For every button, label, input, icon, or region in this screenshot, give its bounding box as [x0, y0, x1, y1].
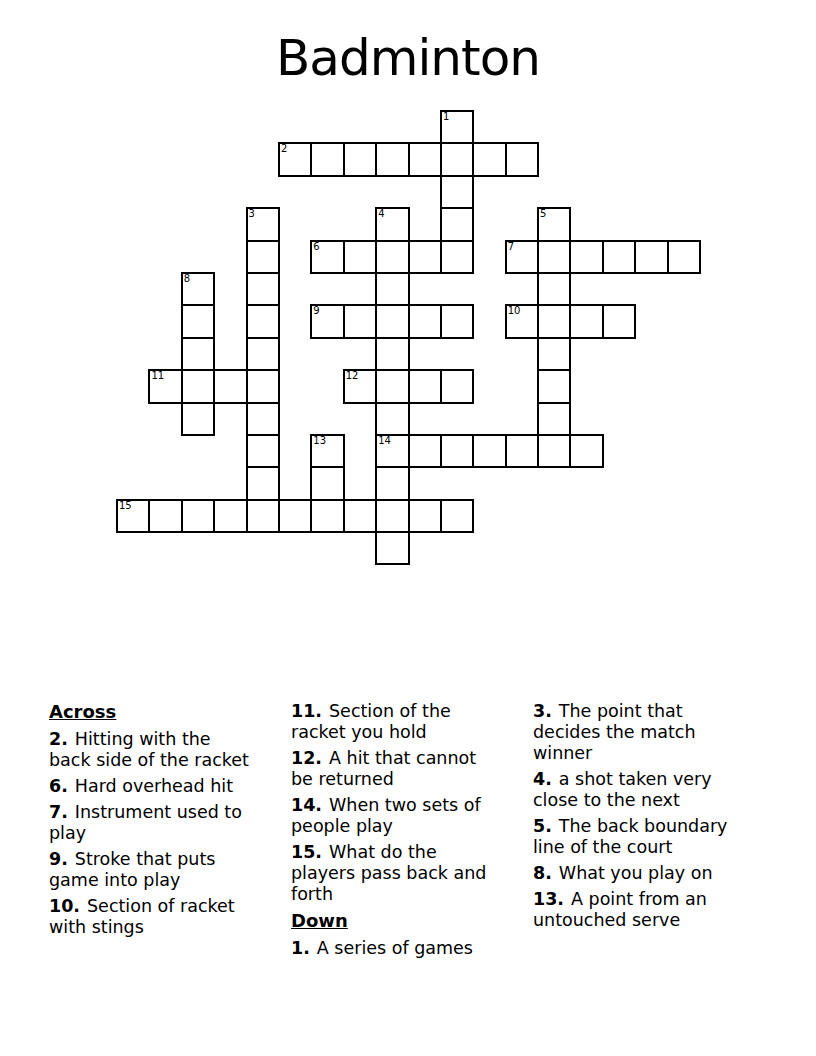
- cell-r11-c6[interactable]: [311, 467, 343, 499]
- clue-number-13: 13: [313, 436, 326, 446]
- cell-r4-c7[interactable]: [344, 241, 376, 273]
- clue-15: 15.What do the players pass back and for…: [291, 842, 533, 905]
- cell-r10-c6[interactable]: 13: [311, 435, 343, 467]
- cell-r3-c10[interactable]: [441, 208, 473, 240]
- clue-4: 4.a shot taken very close to the next: [533, 769, 775, 811]
- cell-r6-c9[interactable]: [409, 305, 441, 337]
- cell-r12-c4[interactable]: [247, 500, 279, 532]
- crossword-grid: 123456789101112131415: [117, 111, 700, 564]
- cell-r12-c0[interactable]: 15: [117, 500, 149, 532]
- clue-text: The back boundary line of the court: [533, 816, 727, 857]
- clue-number-label: 1.: [291, 938, 310, 958]
- clue-number-5: 5: [540, 209, 546, 219]
- cell-r10-c11[interactable]: [473, 435, 505, 467]
- cell-r12-c8[interactable]: [376, 500, 408, 532]
- clue-2: 2.Hitting with the back side of the rack…: [49, 729, 291, 771]
- clue-number-4: 4: [378, 209, 384, 219]
- cell-r1-c6[interactable]: [311, 143, 343, 175]
- clue-number-label: 13.: [533, 889, 564, 909]
- cell-r8-c4[interactable]: [247, 370, 279, 402]
- cell-r6-c14[interactable]: [570, 305, 602, 337]
- cell-r12-c9[interactable]: [409, 500, 441, 532]
- cell-r12-c1[interactable]: [149, 500, 181, 532]
- cell-r9-c4[interactable]: [247, 403, 279, 435]
- cell-r8-c8[interactable]: [376, 370, 408, 402]
- cell-r9-c2[interactable]: [182, 403, 214, 435]
- cell-r1-c7[interactable]: [344, 143, 376, 175]
- cell-r13-c8[interactable]: [376, 532, 408, 564]
- clue-11: 11.Section of the racket you hold: [291, 701, 533, 743]
- cell-r7-c4[interactable]: [247, 338, 279, 370]
- clue-number-8: 8: [184, 274, 190, 284]
- cell-r1-c9[interactable]: [409, 143, 441, 175]
- clue-7: 7.Instrument used to play: [49, 802, 291, 844]
- clue-number-1: 1: [443, 112, 449, 122]
- cell-r11-c8[interactable]: [376, 467, 408, 499]
- clue-14: 14.When two sets of people play: [291, 795, 533, 837]
- cell-r1-c11[interactable]: [473, 143, 505, 175]
- cell-r8-c3[interactable]: [214, 370, 246, 402]
- clue-number-label: 5.: [533, 816, 552, 836]
- clue-text: A series of games: [317, 938, 473, 958]
- clue-text: The point that decides the match winner: [533, 701, 696, 763]
- clue-text: What you play on: [559, 863, 713, 883]
- clue-text: Instrument used to play: [49, 802, 242, 843]
- cell-r6-c12[interactable]: 10: [506, 305, 538, 337]
- cell-r10-c14[interactable]: [570, 435, 602, 467]
- puzzle-title: Badminton: [0, 30, 816, 88]
- cell-r4-c6[interactable]: 6: [311, 241, 343, 273]
- cell-r10-c12[interactable]: [506, 435, 538, 467]
- clue-10: 10.Section of racket with stings: [49, 896, 291, 938]
- cell-r4-c14[interactable]: [570, 241, 602, 273]
- cell-r2-c10[interactable]: [441, 176, 473, 208]
- cell-r8-c9[interactable]: [409, 370, 441, 402]
- cell-r9-c8[interactable]: [376, 403, 408, 435]
- clue-number-12: 12: [346, 371, 359, 381]
- cell-r7-c2[interactable]: [182, 338, 214, 370]
- cell-r3-c8[interactable]: 4: [376, 208, 408, 240]
- cell-r4-c16[interactable]: [635, 241, 667, 273]
- clue-number-label: 8.: [533, 863, 552, 883]
- clue-column-3: 3.The point that decides the match winne…: [533, 701, 775, 936]
- clue-12: 12.A hit that cannot be returned: [291, 748, 533, 790]
- cell-r12-c5[interactable]: [279, 500, 311, 532]
- cell-r9-c13[interactable]: [538, 403, 570, 435]
- cell-r12-c7[interactable]: [344, 500, 376, 532]
- clue-number-label: 14.: [291, 795, 322, 815]
- cell-r7-c8[interactable]: [376, 338, 408, 370]
- cell-r5-c8[interactable]: [376, 273, 408, 305]
- cell-r7-c13[interactable]: [538, 338, 570, 370]
- cell-r10-c10[interactable]: [441, 435, 473, 467]
- clues-heading-across: Across: [49, 701, 291, 722]
- clue-number-label: 11.: [291, 701, 322, 721]
- clue-number-14: 14: [378, 436, 391, 446]
- cell-r10-c9[interactable]: [409, 435, 441, 467]
- clue-13: 13.A point from an untouched serve: [533, 889, 775, 931]
- clue-number-10: 10: [508, 306, 521, 316]
- clue-9: 9.Stroke that puts game into play: [49, 849, 291, 891]
- clues-heading-down: Down: [291, 910, 533, 931]
- clue-number-label: 12.: [291, 748, 322, 768]
- cell-r10-c4[interactable]: [247, 435, 279, 467]
- cell-r6-c13[interactable]: [538, 305, 570, 337]
- clue-number-6: 6: [313, 242, 319, 252]
- clue-number-15: 15: [119, 501, 132, 511]
- clue-column-1: Across2.Hitting with the back side of th…: [49, 701, 291, 943]
- cell-r8-c7[interactable]: 12: [344, 370, 376, 402]
- cell-r10-c8[interactable]: 14: [376, 435, 408, 467]
- clue-number-label: 3.: [533, 701, 552, 721]
- clue-number-label: 2.: [49, 729, 68, 749]
- cell-r4-c13[interactable]: [538, 241, 570, 273]
- crossword-page: Badminton 123456789101112131415 Across2.…: [0, 0, 816, 1056]
- clue-text: Stroke that puts game into play: [49, 849, 215, 890]
- cell-r1-c12[interactable]: [506, 143, 538, 175]
- cell-r4-c10[interactable]: [441, 241, 473, 273]
- cell-r0-c10[interactable]: 1: [441, 111, 473, 143]
- cell-r5-c13[interactable]: [538, 273, 570, 305]
- clue-number-2: 2: [281, 144, 287, 154]
- clue-number-label: 6.: [49, 776, 68, 796]
- cell-r4-c17[interactable]: [668, 241, 700, 273]
- clue-number-label: 4.: [533, 769, 552, 789]
- cell-r5-c2[interactable]: 8: [182, 273, 214, 305]
- clue-number-7: 7: [508, 242, 514, 252]
- cell-r1-c5[interactable]: 2: [279, 143, 311, 175]
- clue-number-label: 15.: [291, 842, 322, 862]
- clue-number-9: 9: [313, 306, 319, 316]
- cell-r6-c15[interactable]: [603, 305, 635, 337]
- clue-column-2: 11.Section of the racket you hold12.A hi…: [291, 701, 533, 964]
- cell-r1-c8[interactable]: [376, 143, 408, 175]
- cell-r4-c15[interactable]: [603, 241, 635, 273]
- cell-r1-c10[interactable]: [441, 143, 473, 175]
- clue-number-label: 7.: [49, 802, 68, 822]
- cell-r3-c13[interactable]: 5: [538, 208, 570, 240]
- clue-number-3: 3: [249, 209, 255, 219]
- cell-r6-c10[interactable]: [441, 305, 473, 337]
- cell-r12-c2[interactable]: [182, 500, 214, 532]
- cell-r12-c3[interactable]: [214, 500, 246, 532]
- clue-3: 3.The point that decides the match winne…: [533, 701, 775, 764]
- cell-r4-c9[interactable]: [409, 241, 441, 273]
- clue-number-label: 9.: [49, 849, 68, 869]
- clue-number-11: 11: [151, 371, 164, 381]
- cell-r3-c4[interactable]: 3: [247, 208, 279, 240]
- cell-r11-c4[interactable]: [247, 467, 279, 499]
- cell-r6-c7[interactable]: [344, 305, 376, 337]
- cell-r12-c10[interactable]: [441, 500, 473, 532]
- clue-number-label: 10.: [49, 896, 80, 916]
- cell-r10-c13[interactable]: [538, 435, 570, 467]
- clue-1: 1.A series of games: [291, 938, 533, 959]
- cell-r4-c12[interactable]: 7: [506, 241, 538, 273]
- clue-text: Hitting with the back side of the racket: [49, 729, 249, 770]
- cell-r6-c4[interactable]: [247, 305, 279, 337]
- cell-r8-c10[interactable]: [441, 370, 473, 402]
- clue-5: 5.The back boundary line of the court: [533, 816, 775, 858]
- clue-8: 8.What you play on: [533, 863, 775, 884]
- clue-text: a shot taken very close to the next: [533, 769, 712, 810]
- cell-r4-c8[interactable]: [376, 241, 408, 273]
- cell-r6-c2[interactable]: [182, 305, 214, 337]
- cell-r12-c6[interactable]: [311, 500, 343, 532]
- cell-r6-c6[interactable]: 9: [311, 305, 343, 337]
- cell-r8-c13[interactable]: [538, 370, 570, 402]
- clue-6: 6.Hard overhead hit: [49, 776, 291, 797]
- cell-r5-c4[interactable]: [247, 273, 279, 305]
- cell-r6-c8[interactable]: [376, 305, 408, 337]
- cell-r4-c4[interactable]: [247, 241, 279, 273]
- cell-r8-c2[interactable]: [182, 370, 214, 402]
- clue-text: Hard overhead hit: [75, 776, 233, 796]
- cell-r8-c1[interactable]: 11: [149, 370, 181, 402]
